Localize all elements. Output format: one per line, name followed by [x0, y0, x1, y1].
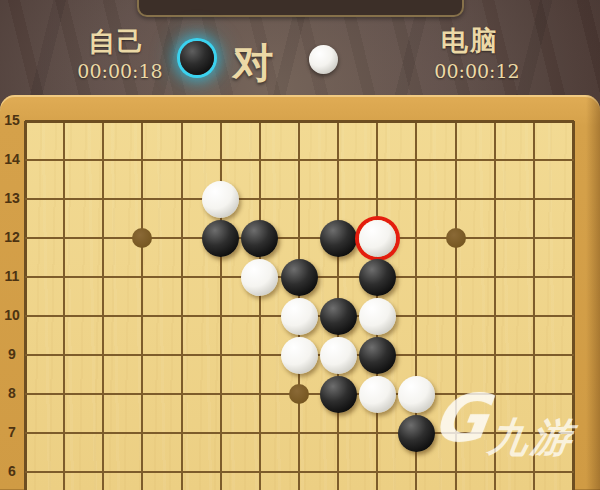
row-label: 10	[1, 307, 23, 323]
star-point	[289, 384, 309, 404]
row-label: 7	[1, 424, 23, 440]
white-stone	[359, 298, 396, 335]
grid-hline	[25, 471, 574, 473]
game-board-frame: 1514131211109876	[0, 95, 600, 490]
white-stone-last-move	[359, 220, 396, 257]
row-label: 12	[1, 229, 23, 245]
vs-label: 对	[218, 36, 288, 91]
grid-hline	[25, 432, 574, 434]
match-header: 自己 00:00:18 对 电脑 00:00:12	[0, 0, 600, 95]
row-label: 9	[1, 346, 23, 362]
game-screen: 自己 00:00:18 对 电脑 00:00:12 15141312111098…	[0, 0, 600, 490]
black-stone-turn-indicator	[180, 41, 214, 75]
row-label: 11	[1, 268, 23, 284]
grid-vline	[141, 121, 143, 490]
black-stone	[281, 259, 318, 296]
row-label: 8	[1, 385, 23, 401]
grid-vline	[63, 121, 65, 490]
grid-hline	[25, 159, 574, 161]
right-player-timer: 00:00:12	[407, 60, 547, 82]
board-grid[interactable]	[25, 121, 573, 490]
white-stone	[202, 181, 239, 218]
black-stone	[398, 415, 435, 452]
grid-vline	[181, 121, 183, 490]
grid-vline	[24, 121, 27, 490]
white-stone	[320, 337, 357, 374]
grid-vline	[533, 121, 535, 490]
star-point	[132, 228, 152, 248]
black-stone	[241, 220, 278, 257]
left-player-timer: 00:00:18	[50, 60, 190, 82]
grid-vline	[494, 121, 496, 490]
frame-shade	[586, 95, 600, 490]
grid-hline	[25, 237, 574, 239]
grid-vline	[455, 121, 457, 490]
row-label: 13	[1, 190, 23, 206]
black-stone	[320, 376, 357, 413]
grid-hline	[25, 198, 574, 200]
black-stone	[359, 337, 396, 374]
row-label: 15	[1, 112, 23, 128]
row-label: 14	[1, 151, 23, 167]
grid-vline	[102, 121, 104, 490]
black-stone	[320, 220, 357, 257]
grid-vline	[220, 121, 222, 490]
white-stone	[398, 376, 435, 413]
white-stone	[281, 337, 318, 374]
row-label: 6	[1, 463, 23, 479]
grid-vline	[572, 121, 575, 490]
black-stone	[202, 220, 239, 257]
black-stone	[320, 298, 357, 335]
white-stone	[359, 376, 396, 413]
right-player-name: 电脑	[400, 23, 540, 59]
grid-vline	[259, 121, 261, 490]
white-stone	[241, 259, 278, 296]
black-stone	[359, 259, 396, 296]
left-player-name: 自己	[47, 24, 187, 60]
white-stone	[281, 298, 318, 335]
white-stone-indicator	[309, 45, 338, 74]
grid-hline	[25, 120, 574, 123]
star-point	[446, 228, 466, 248]
